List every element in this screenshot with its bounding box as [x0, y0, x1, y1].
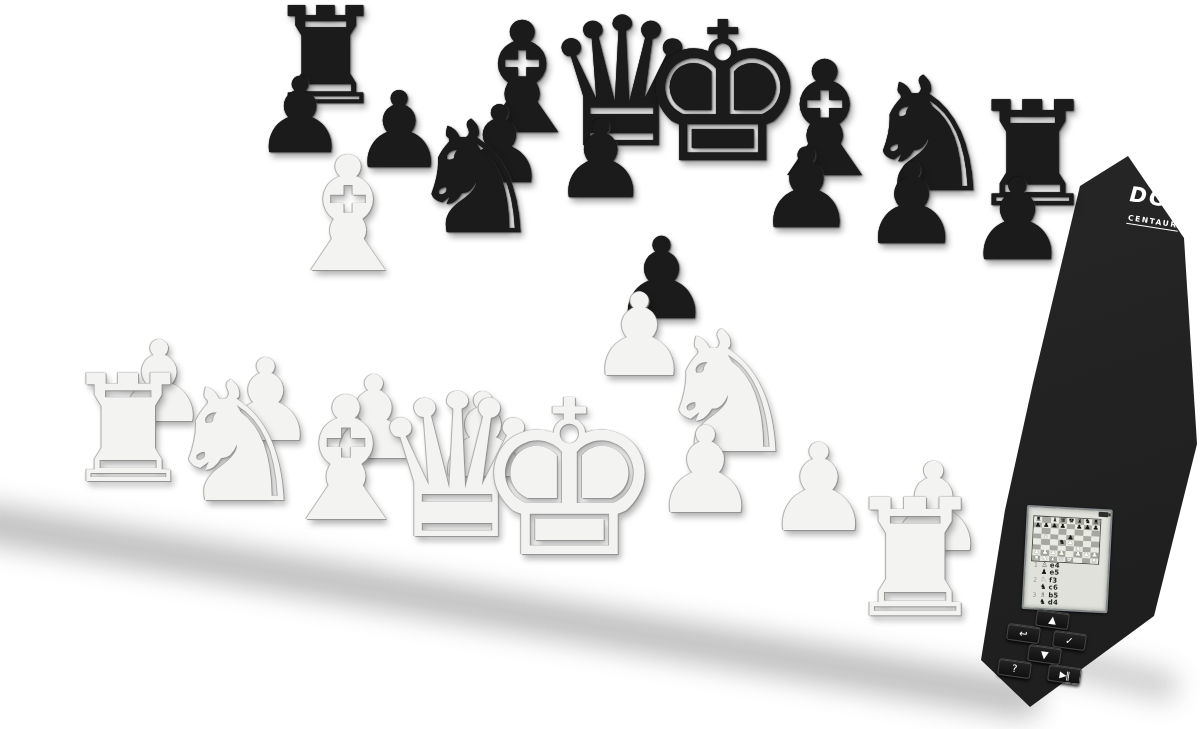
square-b7 — [337, 136, 461, 201]
piece-black-bishop-f8: ♝ — [754, 41, 897, 200]
square-d3 — [441, 380, 574, 456]
square-a5 — [182, 223, 311, 292]
piece-black-bishop-c8: ♝ — [453, 1, 591, 155]
square-f6 — [725, 248, 850, 318]
piece-black-pawn-d7: ♟ — [552, 106, 649, 214]
square-e1 — [500, 517, 638, 600]
display-mini-board: ♜♝♛♚♝♞♜♟♟♟♟♟♟♟♝♟♞♟♞♟♟♟♟♟♟♟♜♞♝♛♚♜ — [1031, 515, 1101, 564]
square-c4 — [361, 308, 492, 381]
e-paper-display: ♜♝♛♚♝♞♜♟♟♟♟♟♟♟♝♟♞♟♞♟♟♟♟♟♟♟♜♞♝♛♚♜ 1♙e4♟e5… — [1022, 505, 1113, 613]
square-h5 — [922, 335, 1048, 409]
piece-black-pawn-b7: ♟ — [352, 78, 447, 184]
square-e5 — [597, 286, 725, 358]
piece-black-pawn-c7: ♟ — [451, 92, 547, 199]
mini-piece: ♚ — [1065, 557, 1074, 562]
square-e2 — [526, 457, 661, 537]
up-icon: ▲ — [1047, 611, 1057, 628]
square-f1 — [614, 536, 751, 620]
board-ground-shadow — [0, 500, 1045, 721]
square-f5 — [704, 302, 831, 375]
square-e8 — [662, 131, 783, 196]
piece-black-knight-c6: ♞ — [406, 102, 545, 257]
square-f2 — [638, 475, 773, 556]
move-san: d4 — [1048, 599, 1102, 609]
square-f3 — [661, 415, 793, 493]
square-b1 — [167, 463, 306, 543]
led-ring-c6 — [426, 209, 524, 262]
square-a1 — [58, 445, 197, 524]
battery-icon — [1098, 512, 1108, 518]
display-move-list: 1♙e4♟e52♘f3♞c63♗b5♞d4 — [1028, 561, 1104, 609]
led-ring-d4 — [481, 332, 583, 389]
square-c7 — [437, 151, 561, 217]
piece-black-pawn-e5: ♟ — [611, 224, 712, 337]
square-d8 — [561, 116, 682, 180]
square-e7 — [641, 181, 764, 248]
square-b3 — [227, 347, 361, 421]
square-e6 — [620, 232, 745, 301]
square-c3 — [334, 363, 467, 438]
square-a8 — [264, 74, 386, 136]
piece-white-pawn-a2: ♟ — [109, 327, 210, 439]
piece-white-bishop-b5: ♝ — [277, 136, 420, 295]
square-c8 — [461, 102, 583, 166]
square-a3 — [122, 330, 256, 404]
move-number: 2 — [1029, 576, 1038, 584]
board-pinstripe-inner — [40, 66, 1108, 671]
piece-white-pawn-e4: ♟ — [588, 279, 690, 393]
square-h1 — [847, 574, 983, 660]
piece-white-bishop-c1: ♝ — [269, 373, 422, 544]
piece-white-knight-b1: ♞ — [162, 360, 311, 526]
black-knight-icon: ♞ — [1037, 599, 1048, 607]
square-b4 — [256, 292, 387, 364]
piece-black-rook-a8: ♜ — [266, 0, 386, 124]
square-b6 — [311, 187, 437, 254]
square-a7 — [237, 122, 362, 186]
square-d6 — [515, 217, 641, 286]
piece-white-pawn-b2: ♟ — [215, 344, 317, 458]
square-g6 — [831, 264, 956, 335]
piece-white-pawn-c2: ♟ — [322, 361, 425, 476]
square-a2 — [90, 386, 227, 462]
piece-white-pawn-f2: ♟ — [652, 412, 759, 531]
confirm-icon: ✓ — [1064, 632, 1075, 649]
square-g7 — [850, 211, 972, 280]
mini-piece: ♜ — [1032, 555, 1041, 560]
scene: DGT CENTAUR ♜♝♛♚♝♞♜♟♟♟♟♟♟♟♝♟♞♟♞♟♟♟♟♟♟♟♜♞… — [0, 0, 1200, 729]
square-d7 — [538, 166, 661, 233]
square-d1 — [388, 499, 526, 581]
piece-white-rook-a1: ♜ — [61, 356, 194, 505]
piece-black-pawn-h7: ♟ — [967, 164, 1068, 277]
help-icon: ? — [1010, 660, 1017, 677]
square-f4 — [683, 358, 813, 433]
square-d2 — [415, 439, 550, 518]
square-b2 — [197, 404, 333, 481]
square-g8 — [868, 160, 988, 226]
play-pause-icon: ▶‖ — [1058, 666, 1070, 683]
square-g4 — [793, 374, 922, 450]
square-f8 — [764, 145, 885, 211]
move-number: 3 — [1028, 591, 1037, 599]
piece-white-pawn-h2: ♟ — [879, 447, 989, 569]
piece-white-pawn-g2: ♟ — [765, 429, 873, 550]
square-d5 — [491, 270, 619, 341]
piece-black-pawn-g7: ♟ — [861, 149, 961, 261]
square-b5 — [284, 238, 413, 308]
square-f7 — [745, 196, 868, 264]
piece-black-queen-d8: ♛ — [542, 0, 702, 173]
piece-black-knight-g8: ♞ — [857, 57, 998, 215]
piece-black-pawn-a7: ♟ — [253, 64, 347, 168]
square-a6 — [210, 172, 337, 239]
mini-square: ♜ — [1090, 558, 1099, 564]
square-c6 — [412, 202, 538, 270]
piece-white-king-e1: ♚ — [473, 373, 666, 588]
square-a4 — [152, 276, 283, 347]
piece-white-queen-d1: ♛ — [368, 368, 546, 567]
square-g2 — [751, 493, 885, 575]
square-g1 — [730, 555, 867, 640]
square-g5 — [812, 318, 939, 391]
piece-black-king-e8: ♚ — [636, 0, 809, 190]
piece-white-pawn-d2: ♟ — [431, 377, 535, 494]
piece-white-rook-h1: ♜ — [842, 477, 987, 639]
mini-piece: ♜ — [1090, 558, 1099, 563]
back-icon: ↩ — [1018, 625, 1029, 642]
square-c5 — [387, 254, 515, 324]
square-g3 — [772, 433, 904, 512]
board-pinstripe-outer — [22, 59, 1124, 684]
down-icon: ▼ — [1039, 646, 1049, 663]
dgt-logo-text: DGT — [1111, 182, 1200, 216]
square-c1 — [276, 481, 415, 562]
square-e3 — [550, 398, 682, 475]
move-number: 1 — [1030, 561, 1039, 569]
piece-white-knight-f3: ♞ — [652, 309, 803, 477]
square-h3 — [886, 450, 1017, 530]
square-b8 — [362, 88, 484, 151]
square-c2 — [305, 421, 441, 499]
square-e4 — [574, 341, 704, 415]
piece-black-pawn-f7: ♟ — [757, 134, 856, 244]
mini-square: ♜ — [1032, 555, 1041, 561]
square-d4 — [467, 324, 597, 398]
square-h2 — [866, 511, 1000, 594]
square-h4 — [904, 392, 1033, 469]
